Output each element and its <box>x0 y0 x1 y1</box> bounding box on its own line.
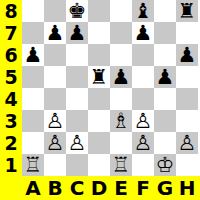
square-f7[interactable]: ♟ <box>132 22 154 44</box>
square-a5[interactable] <box>22 66 44 88</box>
piece-black-pawn: ♟ <box>68 22 87 44</box>
square-d4[interactable] <box>88 88 110 110</box>
file-label-d: D <box>88 176 110 200</box>
square-g8[interactable] <box>154 0 176 22</box>
square-d1[interactable] <box>88 154 110 176</box>
file-label-h: H <box>176 176 198 200</box>
square-g5[interactable]: ♟ <box>154 66 176 88</box>
square-e2[interactable] <box>110 132 132 154</box>
file-label-e: E <box>110 176 132 200</box>
square-a4[interactable] <box>22 88 44 110</box>
square-g4[interactable] <box>154 88 176 110</box>
square-f1[interactable] <box>132 154 154 176</box>
piece-black-rook: ♜ <box>178 0 197 22</box>
square-c1[interactable] <box>66 154 88 176</box>
square-f2[interactable]: ♙ <box>132 132 154 154</box>
chess-board-app: 87654321 ABCDEFGH ♚♝♜♟♟♟♟♟♜♟♟♙♗♙♙♙♙♙♖♖♔ <box>0 0 200 200</box>
square-h3[interactable] <box>176 110 198 132</box>
square-b6[interactable] <box>44 44 66 66</box>
piece-black-pawn: ♟ <box>46 22 65 44</box>
piece-white-pawn: ♙ <box>46 132 65 154</box>
square-e7[interactable] <box>110 22 132 44</box>
file-label-c: C <box>66 176 88 200</box>
square-b8[interactable] <box>44 0 66 22</box>
square-h2[interactable]: ♙ <box>176 132 198 154</box>
piece-black-pawn: ♟ <box>112 66 131 88</box>
rank-label-1: 1 <box>0 154 22 176</box>
piece-black-pawn: ♟ <box>156 66 175 88</box>
square-g6[interactable] <box>154 44 176 66</box>
square-h8[interactable]: ♜ <box>176 0 198 22</box>
piece-white-bishop: ♗ <box>112 110 131 132</box>
square-a6[interactable]: ♟ <box>22 44 44 66</box>
square-e5[interactable]: ♟ <box>110 66 132 88</box>
square-h7[interactable] <box>176 22 198 44</box>
piece-white-pawn: ♙ <box>46 110 65 132</box>
piece-white-rook: ♖ <box>112 154 131 176</box>
square-g7[interactable] <box>154 22 176 44</box>
rank-label-3: 3 <box>0 110 22 132</box>
square-f6[interactable] <box>132 44 154 66</box>
square-d2[interactable] <box>88 132 110 154</box>
square-g1[interactable]: ♔ <box>154 154 176 176</box>
chess-board: ♚♝♜♟♟♟♟♟♜♟♟♙♗♙♙♙♙♙♖♖♔ <box>22 0 198 176</box>
piece-black-rook: ♜ <box>90 66 109 88</box>
piece-white-pawn: ♙ <box>178 132 197 154</box>
square-h4[interactable] <box>176 88 198 110</box>
file-labels-strip: ABCDEFGH <box>0 176 200 200</box>
file-label-b: B <box>44 176 66 200</box>
square-e3[interactable]: ♗ <box>110 110 132 132</box>
square-d6[interactable] <box>88 44 110 66</box>
rank-label-8: 8 <box>0 0 22 22</box>
square-g2[interactable] <box>154 132 176 154</box>
square-c5[interactable] <box>66 66 88 88</box>
square-c6[interactable] <box>66 44 88 66</box>
square-h5[interactable] <box>176 66 198 88</box>
square-c4[interactable] <box>66 88 88 110</box>
piece-white-king: ♔ <box>156 154 175 176</box>
square-h1[interactable] <box>176 154 198 176</box>
piece-black-pawn: ♟ <box>178 44 197 66</box>
file-label-g: G <box>154 176 176 200</box>
square-b5[interactable] <box>44 66 66 88</box>
piece-white-pawn: ♙ <box>134 110 153 132</box>
square-e1[interactable]: ♖ <box>110 154 132 176</box>
square-a7[interactable] <box>22 22 44 44</box>
square-d5[interactable]: ♜ <box>88 66 110 88</box>
square-b7[interactable]: ♟ <box>44 22 66 44</box>
square-d8[interactable] <box>88 0 110 22</box>
piece-black-pawn: ♟ <box>134 22 153 44</box>
square-h6[interactable]: ♟ <box>176 44 198 66</box>
square-g3[interactable] <box>154 110 176 132</box>
piece-black-bishop: ♝ <box>134 0 153 22</box>
square-f5[interactable] <box>132 66 154 88</box>
rank-label-2: 2 <box>0 132 22 154</box>
square-f4[interactable] <box>132 88 154 110</box>
square-c3[interactable] <box>66 110 88 132</box>
square-d3[interactable] <box>88 110 110 132</box>
rank-label-7: 7 <box>0 22 22 44</box>
square-e6[interactable] <box>110 44 132 66</box>
square-a1[interactable]: ♖ <box>22 154 44 176</box>
piece-white-pawn: ♙ <box>68 132 87 154</box>
square-d7[interactable] <box>88 22 110 44</box>
rank-label-4: 4 <box>0 88 22 110</box>
piece-black-pawn: ♟ <box>24 44 43 66</box>
square-a3[interactable] <box>22 110 44 132</box>
square-b4[interactable] <box>44 88 66 110</box>
file-label-f: F <box>132 176 154 200</box>
square-e8[interactable] <box>110 0 132 22</box>
piece-white-pawn: ♙ <box>134 132 153 154</box>
square-f3[interactable]: ♙ <box>132 110 154 132</box>
square-c2[interactable]: ♙ <box>66 132 88 154</box>
square-b1[interactable] <box>44 154 66 176</box>
square-f8[interactable]: ♝ <box>132 0 154 22</box>
square-a8[interactable] <box>22 0 44 22</box>
file-label-a: A <box>22 176 44 200</box>
piece-black-king: ♚ <box>68 0 87 22</box>
square-c7[interactable]: ♟ <box>66 22 88 44</box>
piece-white-rook: ♖ <box>24 154 43 176</box>
square-b2[interactable]: ♙ <box>44 132 66 154</box>
square-a2[interactable] <box>22 132 44 154</box>
square-c8[interactable]: ♚ <box>66 0 88 22</box>
rank-label-6: 6 <box>0 44 22 66</box>
rank-labels-strip: 87654321 <box>0 0 22 200</box>
square-b3[interactable]: ♙ <box>44 110 66 132</box>
square-e4[interactable] <box>110 88 132 110</box>
rank-label-5: 5 <box>0 66 22 88</box>
